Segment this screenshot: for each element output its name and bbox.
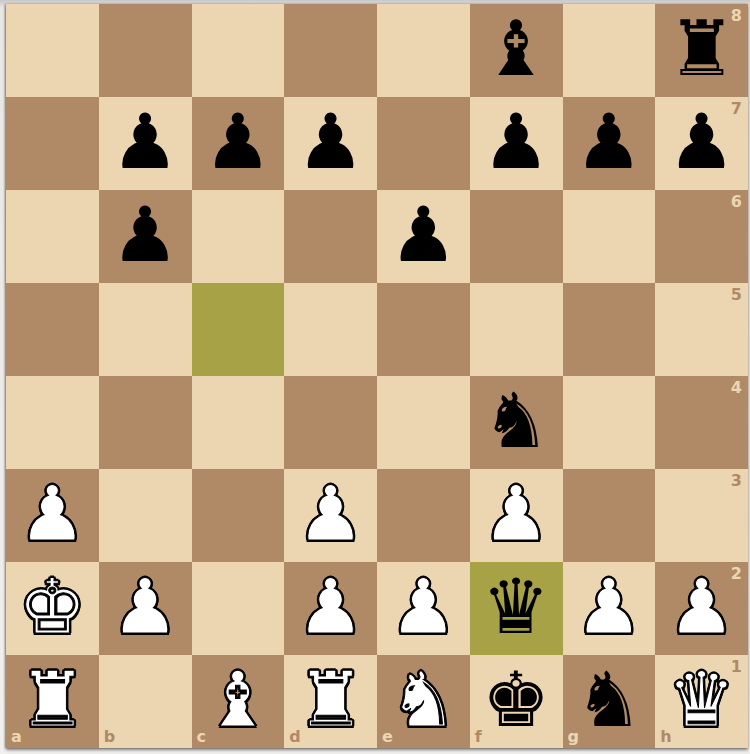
black-pawn-d7[interactable]: ♟ [297,104,365,180]
square-d8[interactable] [284,4,377,97]
square-h3[interactable]: 3 [655,469,748,562]
file-label-f: f [475,729,482,745]
square-a4[interactable] [6,376,99,469]
rank-label-6: 6 [731,194,742,210]
white-queen-h1[interactable]: ♛ [668,662,736,738]
square-g2[interactable]: ♟ [563,562,656,655]
square-h7[interactable]: ♟7 [655,97,748,190]
square-f5[interactable] [470,283,563,376]
rank-label-5: 5 [731,287,742,303]
square-b2[interactable]: ♟ [99,562,192,655]
square-c2[interactable] [192,562,285,655]
black-bishop-f8[interactable]: ♝ [482,11,550,87]
square-a3[interactable]: ♟ [6,469,99,562]
square-g4[interactable] [563,376,656,469]
square-a6[interactable] [6,190,99,283]
square-d5[interactable] [284,283,377,376]
square-e2[interactable]: ♟ [377,562,470,655]
white-pawn-a3[interactable]: ♟ [18,476,86,552]
rank-label-4: 4 [731,380,742,396]
white-pawn-f3[interactable]: ♟ [482,476,550,552]
square-f6[interactable] [470,190,563,283]
square-c3[interactable] [192,469,285,562]
square-d3[interactable]: ♟ [284,469,377,562]
white-pawn-h2[interactable]: ♟ [668,569,736,645]
white-pawn-b2[interactable]: ♟ [111,569,179,645]
square-g7[interactable]: ♟ [563,97,656,190]
square-g6[interactable] [563,190,656,283]
square-e5[interactable] [377,283,470,376]
square-d6[interactable] [284,190,377,283]
square-g5[interactable] [563,283,656,376]
square-c1[interactable]: ♝c [192,655,285,748]
black-knight-g1[interactable]: ♞ [575,662,643,738]
black-pawn-b6[interactable]: ♟ [111,197,179,273]
rank-label-3: 3 [731,473,742,489]
square-h8[interactable]: ♜8 [655,4,748,97]
white-bishop-c1[interactable]: ♝ [204,662,272,738]
square-h4[interactable]: 4 [655,376,748,469]
white-knight-e1[interactable]: ♞ [389,662,457,738]
square-e3[interactable] [377,469,470,562]
square-h5[interactable]: 5 [655,283,748,376]
white-king-a2[interactable]: ♚ [18,569,86,645]
square-f3[interactable]: ♟ [470,469,563,562]
white-rook-d1[interactable]: ♜ [297,662,365,738]
black-queen-f2[interactable]: ♛ [482,569,550,645]
black-pawn-b7[interactable]: ♟ [111,104,179,180]
white-pawn-d2[interactable]: ♟ [297,569,365,645]
square-c5[interactable] [192,283,285,376]
square-d1[interactable]: ♜d [284,655,377,748]
square-b8[interactable] [99,4,192,97]
white-pawn-d3[interactable]: ♟ [297,476,365,552]
square-e4[interactable] [377,376,470,469]
black-knight-f4[interactable]: ♞ [482,383,550,459]
square-e8[interactable] [377,4,470,97]
square-b1[interactable]: b [99,655,192,748]
square-b6[interactable]: ♟ [99,190,192,283]
square-a7[interactable] [6,97,99,190]
square-a2[interactable]: ♚ [6,562,99,655]
square-a8[interactable] [6,4,99,97]
black-pawn-c7[interactable]: ♟ [204,104,272,180]
square-d4[interactable] [284,376,377,469]
square-g3[interactable] [563,469,656,562]
square-h1[interactable]: ♛1h [655,655,748,748]
square-b4[interactable] [99,376,192,469]
square-f8[interactable]: ♝ [470,4,563,97]
white-rook-a1[interactable]: ♜ [18,662,86,738]
black-king-f1[interactable]: ♚ [482,662,550,738]
square-c7[interactable]: ♟ [192,97,285,190]
black-pawn-e6[interactable]: ♟ [389,197,457,273]
white-pawn-g2[interactable]: ♟ [575,569,643,645]
square-d7[interactable]: ♟ [284,97,377,190]
black-rook-h8[interactable]: ♜ [668,11,736,87]
square-f7[interactable]: ♟ [470,97,563,190]
file-label-b: b [104,729,115,745]
square-a5[interactable] [6,283,99,376]
square-d2[interactable]: ♟ [284,562,377,655]
black-pawn-h7[interactable]: ♟ [668,104,736,180]
square-f2[interactable]: ♛ [470,562,563,655]
square-h6[interactable]: 6 [655,190,748,283]
white-pawn-e2[interactable]: ♟ [389,569,457,645]
square-c8[interactable] [192,4,285,97]
square-b5[interactable] [99,283,192,376]
square-f4[interactable]: ♞ [470,376,563,469]
square-b3[interactable] [99,469,192,562]
square-f1[interactable]: ♚f [470,655,563,748]
black-pawn-f7[interactable]: ♟ [482,104,550,180]
square-a1[interactable]: ♜a [6,655,99,748]
square-h2[interactable]: ♟2 [655,562,748,655]
chess-board: ♝♜8♟♟♟♟♟♟7♟♟65♞4♟♟♟3♚♟♟♟♛♟♟2♜ab♝c♜d♞e♚f♞… [6,4,748,748]
square-b7[interactable]: ♟ [99,97,192,190]
square-c4[interactable] [192,376,285,469]
square-g1[interactable]: ♞g [563,655,656,748]
square-e7[interactable] [377,97,470,190]
square-e6[interactable]: ♟ [377,190,470,283]
square-g8[interactable] [563,4,656,97]
square-c6[interactable] [192,190,285,283]
black-pawn-g7[interactable]: ♟ [575,104,643,180]
square-e1[interactable]: ♞e [377,655,470,748]
